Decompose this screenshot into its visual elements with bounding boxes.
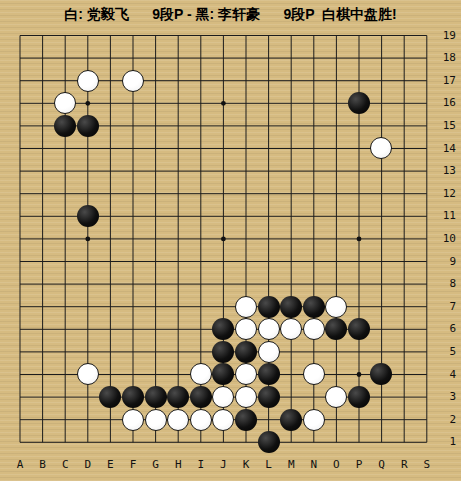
intersection-O2[interactable] [325, 408, 348, 431]
intersection-S13[interactable] [415, 160, 438, 183]
intersection-L17[interactable] [257, 69, 280, 92]
intersection-I3[interactable] [189, 386, 212, 409]
intersection-A7[interactable] [9, 295, 32, 318]
intersection-O19[interactable] [325, 24, 348, 47]
intersection-J6[interactable] [212, 318, 235, 341]
intersection-O8[interactable] [325, 273, 348, 296]
intersection-O10[interactable] [325, 228, 348, 251]
intersection-Q3[interactable] [370, 386, 393, 409]
intersection-B4[interactable] [31, 363, 54, 386]
intersection-M8[interactable] [280, 273, 303, 296]
intersection-K4[interactable] [235, 363, 258, 386]
intersection-L18[interactable] [257, 47, 280, 70]
intersection-E13[interactable] [99, 160, 122, 183]
intersection-C1[interactable] [54, 431, 77, 454]
intersection-J1[interactable] [212, 431, 235, 454]
intersection-G9[interactable] [144, 250, 167, 273]
intersection-B13[interactable] [31, 160, 54, 183]
intersection-B14[interactable] [31, 137, 54, 160]
intersection-E5[interactable] [99, 341, 122, 364]
intersection-M11[interactable] [280, 205, 303, 228]
intersection-K6[interactable] [235, 318, 258, 341]
intersection-A15[interactable] [9, 115, 32, 138]
intersection-H19[interactable] [167, 24, 190, 47]
intersection-S17[interactable] [415, 69, 438, 92]
intersection-G11[interactable] [144, 205, 167, 228]
intersection-G5[interactable] [144, 341, 167, 364]
intersection-L7[interactable] [257, 295, 280, 318]
intersection-S6[interactable] [415, 318, 438, 341]
intersection-H4[interactable] [167, 363, 190, 386]
intersection-P13[interactable] [348, 160, 371, 183]
intersection-D14[interactable] [76, 137, 99, 160]
intersection-K9[interactable] [235, 250, 258, 273]
intersection-J2[interactable] [212, 408, 235, 431]
intersection-C11[interactable] [54, 205, 77, 228]
intersection-A16[interactable] [9, 92, 32, 115]
intersection-N13[interactable] [302, 160, 325, 183]
intersection-J3[interactable] [212, 386, 235, 409]
intersection-H15[interactable] [167, 115, 190, 138]
intersection-O9[interactable] [325, 250, 348, 273]
intersection-M3[interactable] [280, 386, 303, 409]
intersection-S16[interactable] [415, 92, 438, 115]
intersection-M17[interactable] [280, 69, 303, 92]
intersection-F16[interactable] [122, 92, 145, 115]
intersection-P17[interactable] [348, 69, 371, 92]
intersection-K7[interactable] [235, 295, 258, 318]
intersection-R15[interactable] [393, 115, 416, 138]
intersection-P16[interactable] [348, 92, 371, 115]
intersection-D15[interactable] [76, 115, 99, 138]
intersection-P5[interactable] [348, 341, 371, 364]
intersection-G8[interactable] [144, 273, 167, 296]
intersection-N17[interactable] [302, 69, 325, 92]
intersection-S12[interactable] [415, 182, 438, 205]
intersection-G3[interactable] [144, 386, 167, 409]
intersection-Q9[interactable] [370, 250, 393, 273]
intersection-H8[interactable] [167, 273, 190, 296]
intersection-B17[interactable] [31, 69, 54, 92]
intersection-S2[interactable] [415, 408, 438, 431]
intersection-M19[interactable] [280, 24, 303, 47]
intersection-E6[interactable] [99, 318, 122, 341]
intersection-R4[interactable] [393, 363, 416, 386]
intersection-K15[interactable] [235, 115, 258, 138]
intersection-C12[interactable] [54, 182, 77, 205]
intersection-L8[interactable] [257, 273, 280, 296]
intersection-E8[interactable] [99, 273, 122, 296]
intersection-S14[interactable] [415, 137, 438, 160]
intersection-R2[interactable] [393, 408, 416, 431]
intersection-A2[interactable] [9, 408, 32, 431]
intersection-K3[interactable] [235, 386, 258, 409]
intersection-P12[interactable] [348, 182, 371, 205]
intersection-A5[interactable] [9, 341, 32, 364]
intersection-I15[interactable] [189, 115, 212, 138]
intersection-J5[interactable] [212, 341, 235, 364]
intersection-J18[interactable] [212, 47, 235, 70]
intersection-N18[interactable] [302, 47, 325, 70]
intersection-E14[interactable] [99, 137, 122, 160]
intersection-L1[interactable] [257, 431, 280, 454]
intersection-K10[interactable] [235, 228, 258, 251]
intersection-N6[interactable] [302, 318, 325, 341]
intersection-F9[interactable] [122, 250, 145, 273]
intersection-O12[interactable] [325, 182, 348, 205]
intersection-K14[interactable] [235, 137, 258, 160]
intersection-M2[interactable] [280, 408, 303, 431]
intersection-F17[interactable] [122, 69, 145, 92]
intersection-O13[interactable] [325, 160, 348, 183]
intersection-I12[interactable] [189, 182, 212, 205]
intersection-H7[interactable] [167, 295, 190, 318]
intersection-C15[interactable] [54, 115, 77, 138]
intersection-L19[interactable] [257, 24, 280, 47]
intersection-K17[interactable] [235, 69, 258, 92]
intersection-P9[interactable] [348, 250, 371, 273]
intersection-A18[interactable] [9, 47, 32, 70]
intersection-D18[interactable] [76, 47, 99, 70]
intersection-B1[interactable] [31, 431, 54, 454]
intersection-B8[interactable] [31, 273, 54, 296]
intersection-H16[interactable] [167, 92, 190, 115]
intersection-N14[interactable] [302, 137, 325, 160]
intersection-R12[interactable] [393, 182, 416, 205]
intersection-B5[interactable] [31, 341, 54, 364]
intersection-J10[interactable] [212, 228, 235, 251]
intersection-M10[interactable] [280, 228, 303, 251]
intersection-I18[interactable] [189, 47, 212, 70]
intersection-C2[interactable] [54, 408, 77, 431]
intersection-I10[interactable] [189, 228, 212, 251]
intersection-M15[interactable] [280, 115, 303, 138]
intersection-I16[interactable] [189, 92, 212, 115]
intersection-F19[interactable] [122, 24, 145, 47]
intersection-G2[interactable] [144, 408, 167, 431]
intersection-K13[interactable] [235, 160, 258, 183]
intersection-N11[interactable] [302, 205, 325, 228]
intersection-A4[interactable] [9, 363, 32, 386]
intersection-S4[interactable] [415, 363, 438, 386]
intersection-G1[interactable] [144, 431, 167, 454]
intersection-M12[interactable] [280, 182, 303, 205]
intersection-F11[interactable] [122, 205, 145, 228]
intersection-A9[interactable] [9, 250, 32, 273]
intersection-H3[interactable] [167, 386, 190, 409]
intersection-S11[interactable] [415, 205, 438, 228]
intersection-E17[interactable] [99, 69, 122, 92]
intersection-O15[interactable] [325, 115, 348, 138]
intersection-R10[interactable] [393, 228, 416, 251]
intersection-A19[interactable] [9, 24, 32, 47]
intersection-I17[interactable] [189, 69, 212, 92]
intersection-O18[interactable] [325, 47, 348, 70]
intersection-G6[interactable] [144, 318, 167, 341]
intersection-J12[interactable] [212, 182, 235, 205]
intersection-J7[interactable] [212, 295, 235, 318]
intersection-M4[interactable] [280, 363, 303, 386]
intersection-M9[interactable] [280, 250, 303, 273]
intersection-A14[interactable] [9, 137, 32, 160]
intersection-A8[interactable] [9, 273, 32, 296]
intersection-I19[interactable] [189, 24, 212, 47]
intersection-F4[interactable] [122, 363, 145, 386]
intersection-E2[interactable] [99, 408, 122, 431]
intersection-C18[interactable] [54, 47, 77, 70]
intersection-K18[interactable] [235, 47, 258, 70]
intersection-D17[interactable] [76, 69, 99, 92]
intersection-L13[interactable] [257, 160, 280, 183]
intersection-R11[interactable] [393, 205, 416, 228]
intersection-J15[interactable] [212, 115, 235, 138]
intersection-P6[interactable] [348, 318, 371, 341]
intersection-D1[interactable] [76, 431, 99, 454]
intersection-O7[interactable] [325, 295, 348, 318]
intersection-R18[interactable] [393, 47, 416, 70]
intersection-S18[interactable] [415, 47, 438, 70]
intersection-L16[interactable] [257, 92, 280, 115]
intersection-Q1[interactable] [370, 431, 393, 454]
intersection-B3[interactable] [31, 386, 54, 409]
intersection-H13[interactable] [167, 160, 190, 183]
intersection-N10[interactable] [302, 228, 325, 251]
intersection-L10[interactable] [257, 228, 280, 251]
intersection-E3[interactable] [99, 386, 122, 409]
intersection-N3[interactable] [302, 386, 325, 409]
intersection-D10[interactable] [76, 228, 99, 251]
intersection-A3[interactable] [9, 386, 32, 409]
intersection-B18[interactable] [31, 47, 54, 70]
intersection-S15[interactable] [415, 115, 438, 138]
intersection-Q4[interactable] [370, 363, 393, 386]
intersection-G7[interactable] [144, 295, 167, 318]
intersection-M18[interactable] [280, 47, 303, 70]
intersection-O14[interactable] [325, 137, 348, 160]
intersection-P1[interactable] [348, 431, 371, 454]
intersection-J16[interactable] [212, 92, 235, 115]
intersection-P10[interactable] [348, 228, 371, 251]
intersection-L15[interactable] [257, 115, 280, 138]
intersection-C17[interactable] [54, 69, 77, 92]
intersection-I2[interactable] [189, 408, 212, 431]
intersection-F7[interactable] [122, 295, 145, 318]
intersection-S3[interactable] [415, 386, 438, 409]
intersection-A13[interactable] [9, 160, 32, 183]
intersection-B7[interactable] [31, 295, 54, 318]
intersection-S9[interactable] [415, 250, 438, 273]
intersection-H10[interactable] [167, 228, 190, 251]
intersection-H5[interactable] [167, 341, 190, 364]
intersection-G15[interactable] [144, 115, 167, 138]
intersection-L9[interactable] [257, 250, 280, 273]
intersection-E11[interactable] [99, 205, 122, 228]
intersection-R16[interactable] [393, 92, 416, 115]
intersection-O6[interactable] [325, 318, 348, 341]
intersection-P19[interactable] [348, 24, 371, 47]
intersection-H9[interactable] [167, 250, 190, 273]
intersection-C19[interactable] [54, 24, 77, 47]
intersection-E16[interactable] [99, 92, 122, 115]
intersection-C9[interactable] [54, 250, 77, 273]
intersection-R13[interactable] [393, 160, 416, 183]
intersection-C3[interactable] [54, 386, 77, 409]
intersection-D12[interactable] [76, 182, 99, 205]
intersection-P14[interactable] [348, 137, 371, 160]
intersection-M1[interactable] [280, 431, 303, 454]
intersection-K11[interactable] [235, 205, 258, 228]
intersection-O5[interactable] [325, 341, 348, 364]
intersection-B10[interactable] [31, 228, 54, 251]
intersection-K19[interactable] [235, 24, 258, 47]
intersection-L3[interactable] [257, 386, 280, 409]
intersection-S10[interactable] [415, 228, 438, 251]
intersection-I5[interactable] [189, 341, 212, 364]
intersection-F5[interactable] [122, 341, 145, 364]
intersection-F10[interactable] [122, 228, 145, 251]
intersection-Q16[interactable] [370, 92, 393, 115]
intersection-M7[interactable] [280, 295, 303, 318]
intersection-J11[interactable] [212, 205, 235, 228]
intersection-I6[interactable] [189, 318, 212, 341]
intersection-D19[interactable] [76, 24, 99, 47]
intersection-L4[interactable] [257, 363, 280, 386]
intersection-A17[interactable] [9, 69, 32, 92]
intersection-E9[interactable] [99, 250, 122, 273]
intersection-N9[interactable] [302, 250, 325, 273]
intersection-S7[interactable] [415, 295, 438, 318]
intersection-O17[interactable] [325, 69, 348, 92]
intersection-J14[interactable] [212, 137, 235, 160]
intersection-N2[interactable] [302, 408, 325, 431]
intersection-I9[interactable] [189, 250, 212, 273]
intersection-E7[interactable] [99, 295, 122, 318]
intersection-N4[interactable] [302, 363, 325, 386]
intersection-B2[interactable] [31, 408, 54, 431]
intersection-B19[interactable] [31, 24, 54, 47]
intersection-Q8[interactable] [370, 273, 393, 296]
intersection-K12[interactable] [235, 182, 258, 205]
intersection-S8[interactable] [415, 273, 438, 296]
intersection-E10[interactable] [99, 228, 122, 251]
intersection-D3[interactable] [76, 386, 99, 409]
intersection-F13[interactable] [122, 160, 145, 183]
intersection-G13[interactable] [144, 160, 167, 183]
intersection-L14[interactable] [257, 137, 280, 160]
intersection-R8[interactable] [393, 273, 416, 296]
intersection-O4[interactable] [325, 363, 348, 386]
intersection-E12[interactable] [99, 182, 122, 205]
intersection-F15[interactable] [122, 115, 145, 138]
intersection-C10[interactable] [54, 228, 77, 251]
intersection-R7[interactable] [393, 295, 416, 318]
intersection-D16[interactable] [76, 92, 99, 115]
intersection-A11[interactable] [9, 205, 32, 228]
intersection-F1[interactable] [122, 431, 145, 454]
intersection-A12[interactable] [9, 182, 32, 205]
intersection-H1[interactable] [167, 431, 190, 454]
intersection-K8[interactable] [235, 273, 258, 296]
intersection-B9[interactable] [31, 250, 54, 273]
intersection-P3[interactable] [348, 386, 371, 409]
intersection-D2[interactable] [76, 408, 99, 431]
intersection-F8[interactable] [122, 273, 145, 296]
intersection-M6[interactable] [280, 318, 303, 341]
intersection-P18[interactable] [348, 47, 371, 70]
intersection-Q2[interactable] [370, 408, 393, 431]
intersection-P2[interactable] [348, 408, 371, 431]
intersection-O16[interactable] [325, 92, 348, 115]
intersection-G18[interactable] [144, 47, 167, 70]
intersection-L6[interactable] [257, 318, 280, 341]
intersection-H12[interactable] [167, 182, 190, 205]
intersection-J13[interactable] [212, 160, 235, 183]
intersection-D4[interactable] [76, 363, 99, 386]
intersection-Q5[interactable] [370, 341, 393, 364]
intersection-C8[interactable] [54, 273, 77, 296]
intersection-O1[interactable] [325, 431, 348, 454]
intersection-R3[interactable] [393, 386, 416, 409]
intersection-R9[interactable] [393, 250, 416, 273]
intersection-R17[interactable] [393, 69, 416, 92]
intersection-M14[interactable] [280, 137, 303, 160]
intersection-Q10[interactable] [370, 228, 393, 251]
intersection-R6[interactable] [393, 318, 416, 341]
intersection-K16[interactable] [235, 92, 258, 115]
intersection-N12[interactable] [302, 182, 325, 205]
intersection-C4[interactable] [54, 363, 77, 386]
intersection-O11[interactable] [325, 205, 348, 228]
intersection-D5[interactable] [76, 341, 99, 364]
intersection-E19[interactable] [99, 24, 122, 47]
intersection-N1[interactable] [302, 431, 325, 454]
intersection-I14[interactable] [189, 137, 212, 160]
intersection-B15[interactable] [31, 115, 54, 138]
intersection-M16[interactable] [280, 92, 303, 115]
intersection-N5[interactable] [302, 341, 325, 364]
intersection-A10[interactable] [9, 228, 32, 251]
intersection-I4[interactable] [189, 363, 212, 386]
intersection-E18[interactable] [99, 47, 122, 70]
intersection-G19[interactable] [144, 24, 167, 47]
intersection-E15[interactable] [99, 115, 122, 138]
intersection-Q17[interactable] [370, 69, 393, 92]
intersection-F12[interactable] [122, 182, 145, 205]
intersection-N15[interactable] [302, 115, 325, 138]
intersection-Q13[interactable] [370, 160, 393, 183]
intersection-I11[interactable] [189, 205, 212, 228]
intersection-G12[interactable] [144, 182, 167, 205]
intersection-I8[interactable] [189, 273, 212, 296]
intersection-H14[interactable] [167, 137, 190, 160]
intersection-Q19[interactable] [370, 24, 393, 47]
intersection-Q15[interactable] [370, 115, 393, 138]
intersection-D6[interactable] [76, 318, 99, 341]
intersection-B6[interactable] [31, 318, 54, 341]
intersection-H2[interactable] [167, 408, 190, 431]
intersection-C16[interactable] [54, 92, 77, 115]
intersection-S19[interactable] [415, 24, 438, 47]
intersection-P4[interactable] [348, 363, 371, 386]
intersection-L11[interactable] [257, 205, 280, 228]
intersection-D7[interactable] [76, 295, 99, 318]
intersection-R5[interactable] [393, 341, 416, 364]
intersection-G14[interactable] [144, 137, 167, 160]
intersection-C7[interactable] [54, 295, 77, 318]
intersection-C6[interactable] [54, 318, 77, 341]
intersection-J17[interactable] [212, 69, 235, 92]
intersection-I7[interactable] [189, 295, 212, 318]
